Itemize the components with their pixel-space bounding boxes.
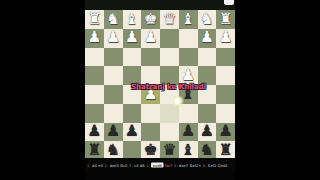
board-square-a1[interactable]: ♜ xyxy=(216,10,235,29)
board-square-h2[interactable]: ♟ xyxy=(85,29,104,48)
move-number: 5. xyxy=(174,162,178,167)
board-square-d7[interactable] xyxy=(160,123,179,142)
move-token[interactable]: dxe5 xyxy=(110,162,119,167)
move-token[interactable]: Ne7 xyxy=(165,162,173,167)
white-rook-a1[interactable]: ♜ xyxy=(216,10,235,29)
white-pawn-b2[interactable]: ♟ xyxy=(198,29,217,48)
white-pawn-f2[interactable]: ♟ xyxy=(123,29,142,48)
move-token[interactable]: c4 xyxy=(134,162,138,167)
board-square-a6[interactable] xyxy=(216,104,235,123)
board-square-e7[interactable] xyxy=(141,123,160,142)
video-frame: ♜♞♝♚♛♝♞♜♟♟♟♟♟♟♟♟♝♟♟♟♟♟♟♜♞♚♛♝♞♜ Shatranj … xyxy=(0,0,320,180)
current-move-token[interactable]: exd6 xyxy=(151,162,163,167)
board-square-d1[interactable]: ♛ xyxy=(160,10,179,29)
board-square-b7[interactable]: ♟ xyxy=(198,123,217,142)
board-square-e2[interactable]: ♟ xyxy=(141,29,160,48)
black-pawn-g7[interactable]: ♟ xyxy=(104,123,123,142)
board-square-c3[interactable] xyxy=(179,48,198,67)
board-square-d3[interactable] xyxy=(160,48,179,67)
board-square-a7[interactable]: ♟ xyxy=(216,123,235,142)
board-square-d2[interactable] xyxy=(160,29,179,48)
board-square-b1[interactable]: ♞ xyxy=(198,10,217,29)
black-pawn-c7[interactable]: ♟ xyxy=(179,123,198,142)
board-square-h3[interactable] xyxy=(85,48,104,67)
left-letterbox-bar xyxy=(0,0,85,180)
board-square-a2[interactable]: ♟ xyxy=(216,29,235,48)
board-square-a3[interactable] xyxy=(216,48,235,67)
black-pawn-a7[interactable]: ♟ xyxy=(216,123,235,142)
move-token[interactable]: Bxf2+ xyxy=(190,162,202,167)
right-letterbox-bar xyxy=(235,0,320,180)
black-pawn-h7[interactable]: ♟ xyxy=(85,123,104,142)
board-square-g2[interactable]: ♟ xyxy=(104,29,123,48)
board-square-g5[interactable] xyxy=(104,85,123,104)
board-square-c7[interactable]: ♟ xyxy=(179,123,198,142)
bottom-strip xyxy=(85,171,235,180)
move-token[interactable]: Qxd1 xyxy=(218,162,228,167)
move-token[interactable]: e5 xyxy=(98,162,103,167)
white-bishop-c1[interactable]: ♝ xyxy=(179,10,198,29)
black-pawn-f7[interactable]: ♟ xyxy=(123,123,142,142)
board-square-b6[interactable] xyxy=(198,104,217,123)
board-square-e3[interactable] xyxy=(141,48,160,67)
move-token[interactable]: dxe7 xyxy=(179,162,188,167)
move-number: 4. xyxy=(146,162,150,167)
board-square-c1[interactable]: ♝ xyxy=(179,10,198,29)
board-square-f6[interactable] xyxy=(123,104,142,123)
white-king-e1[interactable]: ♚ xyxy=(141,10,160,29)
board-square-f7[interactable]: ♟ xyxy=(123,123,142,142)
move-token[interactable]: d6 xyxy=(140,162,145,167)
move-number: 1. xyxy=(87,162,91,167)
board-square-a5[interactable] xyxy=(216,85,235,104)
board-square-g1[interactable]: ♞ xyxy=(104,10,123,29)
move-number: 6. xyxy=(203,162,207,167)
move-list-bar: 1.d4e52.dxe5Bc53.c4d64.exd6Ne75.dxe7Bxf2… xyxy=(85,158,235,171)
board-square-g4[interactable] xyxy=(104,66,123,85)
board-square-e1[interactable]: ♚ xyxy=(141,10,160,29)
black-pawn-b7[interactable]: ♟ xyxy=(198,123,217,142)
white-pawn-e2[interactable]: ♟ xyxy=(141,29,160,48)
chess-video-area: ♜♞♝♚♛♝♞♜♟♟♟♟♟♟♟♟♝♟♟♟♟♟♟♜♞♚♛♝♞♜ Shatranj … xyxy=(85,0,235,180)
move-number: 2. xyxy=(105,162,109,167)
board-square-g3[interactable] xyxy=(104,48,123,67)
board-square-f2[interactable]: ♟ xyxy=(123,29,142,48)
board-square-f1[interactable]: ♝ xyxy=(123,10,142,29)
white-pawn-g2[interactable]: ♟ xyxy=(104,29,123,48)
board-square-h4[interactable] xyxy=(85,66,104,85)
white-queen-d1[interactable]: ♛ xyxy=(160,10,179,29)
white-knight-b1[interactable]: ♞ xyxy=(198,10,217,29)
board-square-h5[interactable] xyxy=(85,85,104,104)
white-pawn-a2[interactable]: ♟ xyxy=(216,29,235,48)
board-square-g7[interactable]: ♟ xyxy=(104,123,123,142)
board-square-c6[interactable] xyxy=(179,104,198,123)
board-square-h1[interactable]: ♜ xyxy=(85,10,104,29)
move-token[interactable]: d4 xyxy=(92,162,97,167)
board-square-f3[interactable] xyxy=(123,48,142,67)
top-right-ui-pill[interactable] xyxy=(224,0,234,5)
board-square-c2[interactable] xyxy=(179,29,198,48)
white-knight-g1[interactable]: ♞ xyxy=(104,10,123,29)
move-number: 3. xyxy=(129,162,133,167)
caption-overlay: Shatranj ke Khiladi xyxy=(131,83,206,91)
white-rook-h1[interactable]: ♜ xyxy=(85,10,104,29)
move-token[interactable]: Kxf2 xyxy=(208,162,216,167)
board-square-a4[interactable] xyxy=(216,66,235,85)
white-bishop-f1[interactable]: ♝ xyxy=(123,10,142,29)
board-square-b3[interactable] xyxy=(198,48,217,67)
board-square-h6[interactable] xyxy=(85,104,104,123)
move-token[interactable]: Bc5 xyxy=(120,162,127,167)
move-list: 1.d4e52.dxe5Bc53.c4d64.exd6Ne75.dxe7Bxf2… xyxy=(85,162,228,167)
board-square-e6[interactable] xyxy=(141,104,160,123)
board-square-g6[interactable] xyxy=(104,104,123,123)
board-square-b2[interactable]: ♟ xyxy=(198,29,217,48)
board-square-h7[interactable]: ♟ xyxy=(85,123,104,142)
capture-sparkle-effect xyxy=(172,95,184,107)
white-pawn-h2[interactable]: ♟ xyxy=(85,29,104,48)
